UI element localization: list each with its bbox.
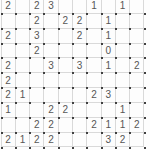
cell-r2-c5[interactable]: 2	[73, 29, 87, 44]
lattice-dot	[1, 72, 3, 74]
cell-r2-c0[interactable]: 2	[2, 29, 16, 44]
lattice-dot	[72, 132, 74, 134]
lattice-dot	[43, 147, 45, 149]
cell-r5-c9[interactable]	[130, 73, 144, 88]
cell-r6-c6[interactable]: 2	[87, 88, 101, 103]
lattice-dot	[29, 28, 31, 30]
lattice-dot	[15, 57, 17, 59]
cell-r0-c6[interactable]: 1	[87, 0, 101, 14]
cell-r8-c6[interactable]: 2	[87, 118, 101, 133]
lattice-dot	[86, 147, 88, 149]
lattice-dot	[43, 57, 45, 59]
lattice-dot	[144, 43, 146, 45]
cell-r6-c7[interactable]: 3	[102, 88, 116, 103]
cell-r8-c0[interactable]	[2, 118, 16, 133]
lattice-dot	[86, 43, 88, 45]
lattice-dot	[15, 72, 17, 74]
lattice-dot	[58, 13, 60, 15]
cell-r4-c4[interactable]	[59, 58, 73, 73]
lattice-dot	[43, 132, 45, 134]
cell-r9-c0[interactable]: 2	[2, 133, 16, 148]
cell-r0-c1[interactable]	[16, 0, 30, 14]
lattice-dot	[1, 147, 3, 149]
lattice-dot	[43, 102, 45, 104]
cell-r2-c7[interactable]: 1	[102, 29, 116, 44]
cell-r2-c1[interactable]	[16, 29, 30, 44]
lattice-dot	[1, 28, 3, 30]
lattice-dot	[15, 117, 17, 119]
cell-r3-c3[interactable]	[44, 44, 58, 59]
cell-r8-c4[interactable]	[59, 118, 73, 133]
cell-r7-c9[interactable]	[130, 103, 144, 118]
cell-r4-c8[interactable]	[116, 58, 130, 73]
cell-r9-c9[interactable]	[130, 133, 144, 148]
cell-r8-c2[interactable]: 2	[30, 118, 44, 133]
cell-r0-c4[interactable]	[59, 0, 73, 14]
cell-r4-c9[interactable]: 2	[130, 58, 144, 73]
lattice-dot	[129, 13, 131, 15]
cell-r1-c3[interactable]	[44, 14, 58, 29]
lattice-dot	[58, 147, 60, 149]
cell-r7-c5[interactable]	[73, 103, 87, 118]
cell-r1-c4[interactable]: 2	[59, 14, 73, 29]
cell-r0-c7[interactable]	[102, 0, 116, 14]
lattice-dot	[115, 87, 117, 89]
cell-r6-c4[interactable]	[59, 88, 73, 103]
cell-r4-c1[interactable]	[16, 58, 30, 73]
lattice-dot	[144, 147, 146, 149]
lattice-dot	[1, 13, 3, 15]
cell-r9-c2[interactable]: 2	[30, 133, 44, 148]
cell-r1-c1[interactable]	[16, 14, 30, 29]
lattice-dot	[72, 57, 74, 59]
lattice-dot	[115, 57, 117, 59]
lattice-dot	[144, 102, 146, 104]
lattice-dot	[72, 102, 74, 104]
lattice-dot	[58, 87, 60, 89]
lattice-dot	[129, 87, 131, 89]
cell-r4-c7[interactable]: 1	[102, 58, 116, 73]
cell-r9-c3[interactable]: 2	[44, 133, 58, 148]
lattice-dot	[129, 43, 131, 45]
lattice-dot	[72, 13, 74, 15]
cell-r8-c1[interactable]	[16, 118, 30, 133]
cell-r1-c0[interactable]	[2, 14, 16, 29]
lattice-dot	[72, 87, 74, 89]
cell-r6-c0[interactable]: 2	[2, 88, 16, 103]
lattice-dot	[101, 102, 103, 104]
lattice-dot	[144, 13, 146, 15]
lattice-dot	[15, 132, 17, 134]
lattice-dot	[129, 117, 131, 119]
cell-r8-c7[interactable]: 1	[102, 118, 116, 133]
lattice-dot	[115, 102, 117, 104]
lattice-dot	[115, 147, 117, 149]
lattice-dot	[72, 28, 74, 30]
lattice-dot	[58, 57, 60, 59]
lattice-dot	[58, 43, 60, 45]
cell-r2-c6[interactable]	[87, 29, 101, 44]
lattice-dot	[72, 117, 74, 119]
cell-r5-c1[interactable]	[16, 73, 30, 88]
cell-r8-c8[interactable]: 1	[116, 118, 130, 133]
cell-r3-c1[interactable]	[16, 44, 30, 59]
cell-r0-c0[interactable]: 2	[2, 0, 16, 14]
lattice-dot	[101, 132, 103, 134]
cell-r8-c5[interactable]	[73, 118, 87, 133]
cell-r7-c3[interactable]: 2	[44, 103, 58, 118]
cell-r4-c2[interactable]	[30, 58, 44, 73]
cell-r4-c3[interactable]: 3	[44, 58, 58, 73]
lattice-dot	[29, 147, 31, 149]
cell-r6-c1[interactable]: 1	[16, 88, 30, 103]
cell-r3-c9[interactable]	[130, 44, 144, 59]
cell-r5-c5[interactable]	[73, 73, 87, 88]
cell-r7-c0[interactable]: 1	[2, 103, 16, 118]
lattice-dot	[58, 132, 60, 134]
lattice-dot	[29, 43, 31, 45]
cell-r5-c4[interactable]	[59, 73, 73, 88]
cell-r3-c0[interactable]	[2, 44, 16, 59]
lattice-dot	[101, 87, 103, 89]
lattice-dot	[129, 57, 131, 59]
lattice-dot	[72, 72, 74, 74]
lattice-dot	[58, 72, 60, 74]
cell-r9-c7[interactable]: 3	[102, 133, 116, 148]
lattice-dot	[29, 102, 31, 104]
cell-r6-c8[interactable]	[116, 88, 130, 103]
lattice-dot	[115, 72, 117, 74]
lattice-dot	[15, 102, 17, 104]
lattice-dot	[43, 72, 45, 74]
cell-r1-c7[interactable]: 1	[102, 14, 116, 29]
cell-r2-c4[interactable]	[59, 29, 73, 44]
cell-r7-c4[interactable]: 2	[59, 103, 73, 118]
lattice-dot	[43, 117, 45, 119]
cell-r1-c5[interactable]: 2	[73, 14, 87, 29]
lattice-dot	[144, 117, 146, 119]
lattice-dot	[29, 87, 31, 89]
lattice-dot	[144, 57, 146, 59]
cell-r3-c4[interactable]	[59, 44, 73, 59]
lattice-dot	[1, 132, 3, 134]
lattice-dot	[29, 132, 31, 134]
cell-r8-c9[interactable]: 2	[130, 118, 144, 133]
cell-r1-c9[interactable]	[130, 14, 144, 29]
lattice-dot	[72, 147, 74, 149]
cell-r6-c2[interactable]	[30, 88, 44, 103]
cell-r4-c5[interactable]: 3	[73, 58, 87, 73]
cell-r2-c2[interactable]: 3	[30, 29, 44, 44]
lattice-dot	[129, 72, 131, 74]
lattice-dot	[101, 117, 103, 119]
lattice-dot	[129, 102, 131, 104]
lattice-dot	[101, 72, 103, 74]
lattice-dot	[58, 102, 60, 104]
lattice-dot	[86, 13, 88, 15]
cell-r3-c2[interactable]: 2	[30, 44, 44, 59]
cell-r9-c8[interactable]: 2	[116, 133, 130, 148]
cell-r0-c9[interactable]	[130, 0, 144, 14]
cell-r9-c4[interactable]	[59, 133, 73, 148]
lattice-dot	[86, 87, 88, 89]
cell-r7-c8[interactable]: 1	[116, 103, 130, 118]
lattice-dot	[1, 57, 3, 59]
cell-r2-c3[interactable]	[44, 29, 58, 44]
lattice-dot	[86, 102, 88, 104]
lattice-dot	[15, 43, 17, 45]
lattice-dot	[86, 132, 88, 134]
lattice-dot	[29, 13, 31, 15]
lattice-dot	[72, 43, 74, 45]
cell-r7-c6[interactable]	[87, 103, 101, 118]
lattice-dot	[129, 28, 131, 30]
lattice-dot	[15, 87, 17, 89]
lattice-dot	[144, 87, 146, 89]
lattice-dot	[86, 57, 88, 59]
cell-r1-c8[interactable]	[116, 14, 130, 29]
cell-r0-c2[interactable]: 2	[30, 0, 44, 14]
lattice-dot	[144, 28, 146, 30]
cell-r3-c7[interactable]: 0	[102, 44, 116, 59]
lattice-dot	[29, 117, 31, 119]
cell-r1-c6[interactable]	[87, 14, 101, 29]
lattice-dot	[115, 117, 117, 119]
cell-r6-c9[interactable]	[130, 88, 144, 103]
cell-r9-c1[interactable]: 1	[16, 133, 30, 148]
cell-r5-c7[interactable]	[102, 73, 116, 88]
lattice-dot	[129, 147, 131, 149]
cell-r3-c8[interactable]	[116, 44, 130, 59]
cell-r7-c1[interactable]	[16, 103, 30, 118]
lattice-dot	[129, 132, 131, 134]
cell-r2-c9[interactable]	[130, 29, 144, 44]
cell-r3-c6[interactable]	[87, 44, 101, 59]
lattice-dot	[86, 72, 88, 74]
lattice-dot	[101, 57, 103, 59]
cell-r7-c2[interactable]	[30, 103, 44, 118]
cell-r9-c6[interactable]	[87, 133, 101, 148]
cell-r5-c2[interactable]	[30, 73, 44, 88]
lattice-dot	[58, 117, 60, 119]
lattice-dot	[115, 28, 117, 30]
lattice-dot	[43, 13, 45, 15]
cell-r6-c3[interactable]	[44, 88, 58, 103]
lattice-dot	[101, 28, 103, 30]
cell-r3-c5[interactable]	[73, 44, 87, 59]
cell-r1-c2[interactable]: 2	[30, 14, 44, 29]
lattice-dot	[15, 147, 17, 149]
cell-r0-c8[interactable]: 1	[116, 0, 130, 14]
lattice-dot	[115, 132, 117, 134]
cell-r5-c3[interactable]	[44, 73, 58, 88]
lattice-dot	[1, 87, 3, 89]
cell-r2-c8[interactable]	[116, 29, 130, 44]
lattice-dot	[29, 57, 31, 59]
cell-r0-c5[interactable]	[73, 0, 87, 14]
lattice-dot	[1, 117, 3, 119]
cell-r5-c0[interactable]: 2	[2, 73, 16, 88]
lattice-dot	[1, 43, 3, 45]
lattice-dot	[29, 72, 31, 74]
cell-r7-c7[interactable]	[102, 103, 116, 118]
lattice-dot	[15, 28, 17, 30]
lattice-dot	[1, 102, 3, 104]
lattice-dot	[58, 28, 60, 30]
lattice-dot	[15, 13, 17, 15]
cell-r8-c3[interactable]: 2	[44, 118, 58, 133]
lattice-dot	[43, 28, 45, 30]
slitherlink-board[interactable]: 2231122212321202331222123122122211221223…	[1, 0, 145, 148]
lattice-dot	[43, 87, 45, 89]
cell-r9-c5[interactable]	[73, 133, 87, 148]
lattice-dot	[101, 147, 103, 149]
cell-r0-c3[interactable]: 3	[44, 0, 58, 14]
lattice-dot	[86, 28, 88, 30]
lattice-dot	[101, 43, 103, 45]
cell-r5-c6[interactable]	[87, 73, 101, 88]
lattice-dot	[101, 13, 103, 15]
lattice-dot	[115, 13, 117, 15]
slitherlink-puzzle: 2231122212321202331222123122122211221223…	[0, 0, 150, 150]
cell-r4-c6[interactable]	[87, 58, 101, 73]
cell-r5-c8[interactable]	[116, 73, 130, 88]
lattice-dot	[144, 132, 146, 134]
lattice-dot	[43, 43, 45, 45]
lattice-dot	[115, 43, 117, 45]
lattice-dot	[144, 72, 146, 74]
cell-r6-c5[interactable]	[73, 88, 87, 103]
cell-r4-c0[interactable]: 2	[2, 58, 16, 73]
lattice-dot	[86, 117, 88, 119]
